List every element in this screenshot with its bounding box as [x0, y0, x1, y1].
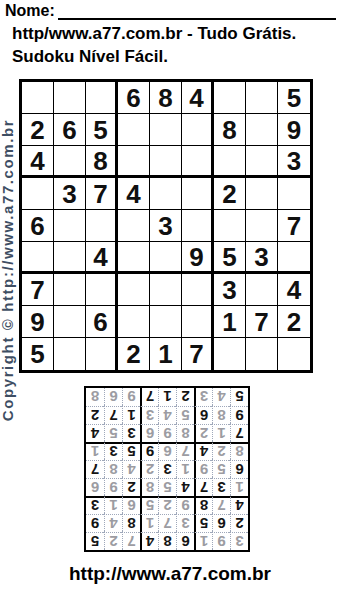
puzzle-cell-empty-r4c5[interactable]: [150, 178, 182, 210]
solution-cell-r1c5: 8: [158, 532, 176, 550]
puzzle-cell-empty-r2c6[interactable]: [182, 114, 214, 146]
puzzle-cell-given-r3c1: 4: [22, 146, 54, 178]
puzzle-cell-empty-r6c9[interactable]: [278, 242, 310, 274]
puzzle-cell-given-r6c3: 4: [86, 242, 118, 274]
solution-cell-r7c6: 6: [140, 424, 158, 442]
puzzle-cell-empty-r5c8[interactable]: [246, 210, 278, 242]
solution-cell-r7c9: 4: [86, 424, 104, 442]
puzzle-cell-empty-r8c5[interactable]: [150, 306, 182, 338]
solution-cell-r2c3: 5: [194, 514, 212, 532]
puzzle-cell-given-r2c1: 2: [22, 114, 54, 146]
solution-cell-r5c8: 8: [104, 460, 122, 478]
solution-cell-r5c1: 6: [230, 460, 248, 478]
puzzle-cell-empty-r5c7[interactable]: [214, 210, 246, 242]
puzzle-cell-given-r9c1: 5: [22, 338, 54, 370]
solution-cell-r8c4: 5: [176, 406, 194, 424]
puzzle-cell-empty-r9c7[interactable]: [214, 338, 246, 370]
solution-cell-r7c8: 5: [104, 424, 122, 442]
solution-cell-r3c7: 6: [122, 496, 140, 514]
solution-cell-r8c1: 9: [230, 406, 248, 424]
solution-cell-r7c3: 2: [194, 424, 212, 442]
puzzle-cell-given-r2c9: 9: [278, 114, 310, 146]
solution-cell-r9c8: 6: [104, 388, 122, 406]
puzzle-cell-given-r4c2: 3: [54, 178, 86, 210]
solution-cell-r9c3: 3: [194, 388, 212, 406]
solution-cell-r1c7: 7: [122, 532, 140, 550]
solution-cell-r2c8: 4: [104, 514, 122, 532]
name-fill-line: [58, 5, 336, 20]
solution-cell-r2c2: 6: [212, 514, 230, 532]
puzzle-cell-empty-r5c6[interactable]: [182, 210, 214, 242]
puzzle-cell-given-r1c9: 5: [278, 82, 310, 114]
solution-cell-r9c6: 7: [140, 388, 158, 406]
puzzle-cell-empty-r9c3[interactable]: [86, 338, 118, 370]
puzzle-cell-empty-r5c4[interactable]: [118, 210, 150, 242]
puzzle-cell-empty-r1c2[interactable]: [54, 82, 86, 114]
solution-cell-r6c2: 2: [212, 442, 230, 460]
solution-cell-r7c2: 1: [212, 424, 230, 442]
solution-cell-r6c3: 4: [194, 442, 212, 460]
puzzle-cell-empty-r2c5[interactable]: [150, 114, 182, 146]
sudoku-solution-grid: 3916847252653718494789256131374582966591…: [84, 386, 250, 552]
solution-grid-rotated: 3916847252653718494789256131374582966591…: [84, 386, 250, 552]
solution-cell-r9c9: 8: [86, 388, 104, 406]
solution-cell-r5c4: 1: [176, 460, 194, 478]
solution-cell-r6c7: 5: [122, 442, 140, 460]
puzzle-cell-empty-r6c4[interactable]: [118, 242, 150, 274]
puzzle-cell-given-r6c8: 3: [246, 242, 278, 274]
puzzle-cell-empty-r9c9[interactable]: [278, 338, 310, 370]
puzzle-cell-given-r2c2: 6: [54, 114, 86, 146]
solution-cell-r6c5: 6: [158, 442, 176, 460]
solution-cell-r8c2: 8: [212, 406, 230, 424]
solution-cell-r4c3: 7: [194, 478, 212, 496]
solution-cell-r2c4: 3: [176, 514, 194, 532]
vertical-copyright-text: Copyright © http://www.a77.com.br: [0, 83, 16, 457]
sudoku-printable-page: Nome: http/www.a77.com.br - Tudo Grátis.…: [0, 0, 340, 596]
puzzle-cell-empty-r3c7[interactable]: [214, 146, 246, 178]
solution-cell-r1c9: 5: [86, 532, 104, 550]
puzzle-cell-given-r9c5: 1: [150, 338, 182, 370]
solution-cell-r4c8: 9: [104, 478, 122, 496]
solution-cell-r1c1: 3: [230, 532, 248, 550]
solution-cell-r9c7: 9: [122, 388, 140, 406]
solution-cell-r2c1: 2: [230, 514, 248, 532]
puzzle-cell-empty-r8c4[interactable]: [118, 306, 150, 338]
solution-cell-r8c5: 4: [158, 406, 176, 424]
puzzle-cell-empty-r3c6[interactable]: [182, 146, 214, 178]
solution-cell-r2c9: 9: [86, 514, 104, 532]
puzzle-level-title: Sudoku Nível Fácil.: [12, 47, 168, 67]
solution-cell-r1c3: 1: [194, 532, 212, 550]
puzzle-cell-given-r2c3: 5: [86, 114, 118, 146]
solution-cell-r9c4: 2: [176, 388, 194, 406]
solution-cell-r1c4: 6: [176, 532, 194, 550]
name-row: Nome:: [5, 2, 336, 20]
puzzle-cell-given-r2c7: 8: [214, 114, 246, 146]
puzzle-cell-given-r3c9: 3: [278, 146, 310, 178]
puzzle-cell-empty-r3c2[interactable]: [54, 146, 86, 178]
solution-cell-r6c1: 8: [230, 442, 248, 460]
puzzle-cell-given-r1c6: 4: [182, 82, 214, 114]
puzzle-cell-empty-r6c5[interactable]: [150, 242, 182, 274]
solution-cell-r1c2: 9: [212, 532, 230, 550]
puzzle-cell-empty-r2c8[interactable]: [246, 114, 278, 146]
puzzle-cell-empty-r7c5[interactable]: [150, 274, 182, 306]
solution-cell-r4c9: 6: [86, 478, 104, 496]
solution-cell-r8c7: 1: [122, 406, 140, 424]
solution-cell-r3c5: 2: [158, 496, 176, 514]
solution-cell-r5c2: 5: [212, 460, 230, 478]
solution-cell-r4c6: 8: [140, 478, 158, 496]
solution-cell-r8c9: 2: [86, 406, 104, 424]
puzzle-cell-given-r4c7: 2: [214, 178, 246, 210]
solution-cell-r5c7: 4: [122, 460, 140, 478]
puzzle-cell-empty-r3c8[interactable]: [246, 146, 278, 178]
puzzle-cell-empty-r1c8[interactable]: [246, 82, 278, 114]
solution-cell-r3c4: 9: [176, 496, 194, 514]
solution-cell-r6c4: 7: [176, 442, 194, 460]
solution-cell-r1c6: 4: [140, 532, 158, 550]
puzzle-cell-given-r8c1: 9: [22, 306, 54, 338]
puzzle-cell-empty-r1c1[interactable]: [22, 82, 54, 114]
solution-cell-r3c3: 8: [194, 496, 212, 514]
solution-cell-r7c1: 7: [230, 424, 248, 442]
puzzle-cell-given-r9c6: 7: [182, 338, 214, 370]
solution-cell-r3c9: 3: [86, 496, 104, 514]
solution-cell-r8c6: 3: [140, 406, 158, 424]
solution-cell-r5c3: 9: [194, 460, 212, 478]
puzzle-cell-given-r8c8: 7: [246, 306, 278, 338]
puzzle-cell-empty-r9c2[interactable]: [54, 338, 86, 370]
solution-cell-r4c1: 1: [230, 478, 248, 496]
solution-cell-r6c9: 1: [86, 442, 104, 460]
solution-cell-r3c8: 1: [104, 496, 122, 514]
puzzle-cell-given-r8c9: 2: [278, 306, 310, 338]
puzzle-cell-given-r9c4: 2: [118, 338, 150, 370]
solution-cell-r5c6: 2: [140, 460, 158, 478]
puzzle-cell-given-r5c1: 6: [22, 210, 54, 242]
puzzle-cell-given-r1c4: 6: [118, 82, 150, 114]
puzzle-cell-empty-r8c2[interactable]: [54, 306, 86, 338]
puzzle-cell-empty-r4c1[interactable]: [22, 178, 54, 210]
puzzle-cell-given-r4c4: 4: [118, 178, 150, 210]
puzzle-cell-given-r8c7: 1: [214, 306, 246, 338]
solution-cell-r9c5: 1: [158, 388, 176, 406]
solution-cell-r8c8: 7: [104, 406, 122, 424]
puzzle-cell-empty-r7c3[interactable]: [86, 274, 118, 306]
solution-cell-r1c8: 2: [104, 532, 122, 550]
puzzle-cell-given-r8c3: 6: [86, 306, 118, 338]
solution-cell-r7c4: 8: [176, 424, 194, 442]
puzzle-cell-given-r3c3: 8: [86, 146, 118, 178]
solution-cell-r6c6: 9: [140, 442, 158, 460]
puzzle-cell-given-r6c7: 5: [214, 242, 246, 274]
solution-cell-r3c6: 5: [140, 496, 158, 514]
puzzle-cell-empty-r3c5[interactable]: [150, 146, 182, 178]
puzzle-cell-empty-r7c2[interactable]: [54, 274, 86, 306]
solution-cell-r5c9: 7: [86, 460, 104, 478]
solution-cell-r3c2: 7: [212, 496, 230, 514]
solution-cell-r5c5: 3: [158, 460, 176, 478]
puzzle-cell-empty-r9c8[interactable]: [246, 338, 278, 370]
puzzle-cell-empty-r5c2[interactable]: [54, 210, 86, 242]
puzzle-cell-empty-r4c9[interactable]: [278, 178, 310, 210]
puzzle-cell-empty-r6c2[interactable]: [54, 242, 86, 274]
puzzle-cell-empty-r3c4[interactable]: [118, 146, 150, 178]
solution-cell-r9c2: 4: [212, 388, 230, 406]
puzzle-cell-empty-r4c6[interactable]: [182, 178, 214, 210]
solution-cell-r3c1: 4: [230, 496, 248, 514]
solution-cell-r4c7: 2: [122, 478, 140, 496]
solution-cell-r2c7: 8: [122, 514, 140, 532]
puzzle-cell-given-r5c5: 3: [150, 210, 182, 242]
puzzle-cell-given-r7c1: 7: [22, 274, 54, 306]
puzzle-cell-empty-r7c8[interactable]: [246, 274, 278, 306]
solution-cell-r2c6: 1: [140, 514, 158, 532]
puzzle-cell-given-r4c3: 7: [86, 178, 118, 210]
name-label: Nome:: [5, 2, 55, 20]
puzzle-cell-empty-r7c4[interactable]: [118, 274, 150, 306]
puzzle-cell-empty-r1c3[interactable]: [86, 82, 118, 114]
puzzle-cell-empty-r8c6[interactable]: [182, 306, 214, 338]
solution-cell-r4c2: 3: [212, 478, 230, 496]
puzzle-cell-given-r7c7: 3: [214, 274, 246, 306]
solution-cell-r9c1: 5: [230, 388, 248, 406]
site-title: http/www.a77.com.br - Tudo Grátis.: [12, 24, 296, 44]
solution-cell-r6c8: 3: [104, 442, 122, 460]
puzzle-cell-given-r6c6: 9: [182, 242, 214, 274]
sudoku-puzzle-grid: 68452658948337426374953734961725217: [19, 79, 313, 373]
puzzle-cell-empty-r5c3[interactable]: [86, 210, 118, 242]
puzzle-cell-given-r5c9: 7: [278, 210, 310, 242]
puzzle-cell-empty-r4c8[interactable]: [246, 178, 278, 210]
solution-cell-r2c5: 7: [158, 514, 176, 532]
solution-cell-r7c5: 9: [158, 424, 176, 442]
puzzle-cell-empty-r7c6[interactable]: [182, 274, 214, 306]
puzzle-cell-empty-r2c4[interactable]: [118, 114, 150, 146]
footer-url: http://www.a77.com.br: [0, 563, 340, 585]
puzzle-cell-empty-r6c1[interactable]: [22, 242, 54, 274]
solution-cell-r4c4: 4: [176, 478, 194, 496]
solution-cell-r8c3: 6: [194, 406, 212, 424]
solution-cell-r4c5: 5: [158, 478, 176, 496]
puzzle-cell-given-r7c9: 4: [278, 274, 310, 306]
puzzle-cell-empty-r1c7[interactable]: [214, 82, 246, 114]
puzzle-cell-given-r1c5: 8: [150, 82, 182, 114]
solution-cell-r7c7: 3: [122, 424, 140, 442]
